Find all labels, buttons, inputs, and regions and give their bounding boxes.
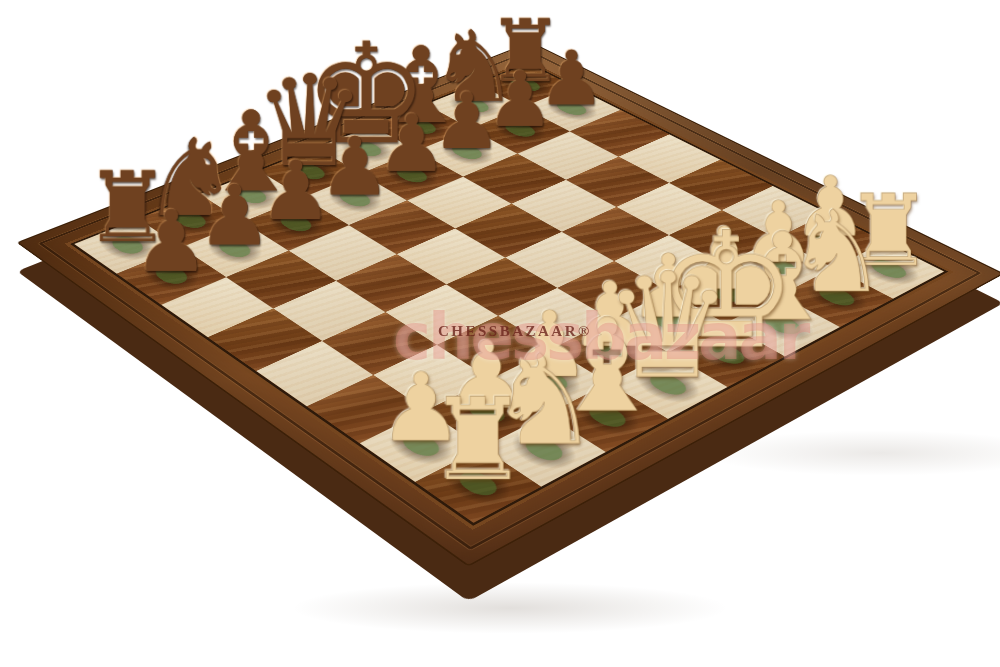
product-photo-scene: ♜♟♟♜♞♟♟♞♝♟♟♝♚♟♟♚♛♟♟♛♝♟♟♝♞♟♟♞♜♟♟♜ chessba…	[0, 0, 1000, 667]
watermark-small: CHESSBAZAAR®	[438, 323, 592, 340]
black-pawn-glyph: ♟	[133, 199, 209, 284]
board-floor-shadow	[290, 582, 730, 634]
white-rook-glyph: ♜	[427, 382, 529, 495]
